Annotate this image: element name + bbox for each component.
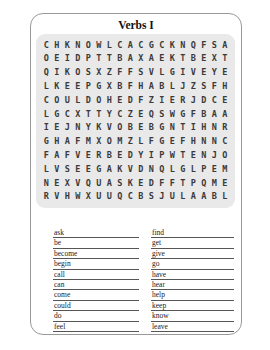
word-item: know (151, 311, 234, 321)
grid-cell: D (125, 148, 136, 162)
grid-cell: E (188, 148, 199, 162)
grid-cell: E (220, 176, 231, 190)
grid-cell: M (220, 162, 231, 176)
grid-cell: Q (83, 176, 94, 190)
grid-cell: X (104, 79, 115, 93)
grid-cell: K (62, 38, 73, 52)
grid-cell: N (199, 148, 210, 162)
grid-cell: S (136, 66, 147, 80)
grid-cell: V (104, 121, 115, 135)
grid-cell: V (73, 148, 84, 162)
grid-cell: X (136, 52, 147, 66)
grid-cell: F (115, 66, 126, 80)
grid-cell: C (62, 107, 73, 121)
grid-cell: K (167, 38, 178, 52)
grid-cell: X (83, 190, 94, 204)
grid-cell: P (83, 52, 94, 66)
grid-cell: A (62, 135, 73, 149)
grid-cell: G (94, 79, 105, 93)
word-item: keep (151, 301, 234, 311)
grid-cell: N (178, 38, 189, 52)
grid-cell: G (157, 135, 168, 149)
grid-cell: C (136, 38, 147, 52)
grid-cell: A (52, 148, 63, 162)
grid-cell: F (41, 148, 52, 162)
grid-cell: S (83, 66, 94, 80)
grid-cell: K (115, 162, 126, 176)
grid-cell: J (188, 93, 199, 107)
grid-cell: E (167, 135, 178, 149)
grid-cell: K (94, 121, 105, 135)
grid-cell: E (115, 93, 126, 107)
word-item: begin (53, 259, 139, 269)
grid-cell: A (220, 107, 231, 121)
grid-cell: X (94, 135, 105, 149)
grid-cell: L (167, 162, 178, 176)
word-item: do (53, 311, 139, 321)
grid-cell: H (220, 79, 231, 93)
grid-cell: F (136, 93, 147, 107)
word-item: hear (151, 280, 234, 290)
word-item: call (53, 270, 139, 280)
grid-cell: S (62, 162, 73, 176)
grid-cell: J (178, 79, 189, 93)
grid-cell: Q (188, 38, 199, 52)
grid-cell: H (62, 190, 73, 204)
grid-cell: O (220, 148, 231, 162)
grid-cell: D (83, 93, 94, 107)
grid-cell: J (157, 190, 168, 204)
word-item: find (151, 228, 234, 238)
grid-cell: S (115, 176, 126, 190)
grid-cell: T (178, 148, 189, 162)
grid-cell: U (104, 190, 115, 204)
grid-cell: B (199, 107, 210, 121)
grid-cell: X (209, 52, 220, 66)
grid-cell: Z (125, 135, 136, 149)
grid-cell: L (178, 190, 189, 204)
grid-cell: G (178, 107, 189, 121)
grid-cell: O (94, 93, 105, 107)
grid-cell: T (220, 52, 231, 66)
grid-cell: V (146, 66, 157, 80)
grid-cell: K (62, 66, 73, 80)
grid-cell: A (199, 190, 210, 204)
grid-cell: X (73, 107, 84, 121)
grid-cell: U (94, 176, 105, 190)
grid-cell: U (94, 190, 105, 204)
grid-cell: N (73, 121, 84, 135)
grid-cell: M (83, 135, 94, 149)
grid-cell: R (94, 148, 105, 162)
grid-cell: K (125, 176, 136, 190)
grid-cell: H (52, 38, 63, 52)
grid-cell: A (220, 38, 231, 52)
grid-cell: W (167, 107, 178, 121)
grid-cell: E (136, 121, 147, 135)
grid-cell: E (199, 66, 210, 80)
word-list-left: askbebecomebegincallcancomecoulddofeel (53, 228, 139, 332)
grid-cell: R (178, 93, 189, 107)
grid-cell: B (125, 121, 136, 135)
grid-cell: Z (125, 107, 136, 121)
grid-cell: W (94, 38, 105, 52)
grid-cell: Q (157, 162, 168, 176)
grid-cell: X (62, 176, 73, 190)
grid-cell: H (199, 121, 210, 135)
grid-cell: Z (146, 93, 157, 107)
grid-cell: C (157, 38, 168, 52)
grid-cell: V (125, 162, 136, 176)
word-item: can (53, 280, 139, 290)
grid-cell: I (178, 66, 189, 80)
grid-cell: U (167, 190, 178, 204)
grid-cell: L (41, 107, 52, 121)
word-item: get (151, 238, 234, 248)
grid-cell: Y (136, 148, 147, 162)
grid-cell: O (52, 93, 63, 107)
word-item: leave (151, 322, 234, 332)
grid-cell: A (146, 79, 157, 93)
grid-cell: I (52, 66, 63, 80)
word-item: be (53, 238, 139, 248)
grid-cell: U (62, 93, 73, 107)
grid-cell: D (73, 52, 84, 66)
grid-cell: K (167, 52, 178, 66)
grid-cell: F (73, 135, 84, 149)
grid-cell: T (104, 52, 115, 66)
grid-cell: B (104, 148, 115, 162)
grid-cell: I (188, 121, 199, 135)
grid-cell: V (52, 190, 63, 204)
grid-cell: S (199, 79, 210, 93)
grid-cell: F (125, 66, 136, 80)
word-item: have (151, 270, 234, 280)
grid-cell: O (41, 52, 52, 66)
grid-cell: Y (104, 107, 115, 121)
grid-cell: O (73, 66, 84, 80)
grid-cell: X (94, 66, 105, 80)
grid-cell: A (146, 52, 157, 66)
letter-grid: CHKNOWLCACGCKNQFSAOEIDPTTBAXAEKTBEXTQIKO… (36, 34, 235, 204)
grid-cell: F (199, 38, 210, 52)
word-item: feel (53, 322, 139, 332)
grid-cell: E (83, 162, 94, 176)
grid-cell: Q (115, 190, 126, 204)
grid-cell: G (157, 121, 168, 135)
grid-cell: E (52, 121, 63, 135)
grid-cell: P (199, 162, 210, 176)
grid-cell: N (146, 162, 157, 176)
grid-cell: C (125, 190, 136, 204)
grid-cell: B (115, 52, 126, 66)
grid-cell: E (136, 107, 147, 121)
grid-cell: S (157, 107, 168, 121)
grid-cell: P (188, 176, 199, 190)
grid-cell: F (209, 79, 220, 93)
grid-cell: T (83, 107, 94, 121)
grid-cell: Y (209, 66, 220, 80)
grid-cell: N (209, 135, 220, 149)
grid-cell: L (73, 93, 84, 107)
word-item: go (151, 259, 234, 269)
word-search-panel: CHKNOWLCACGCKNQFSAOEIDPTTBAXAEKTBEXTQIKO… (36, 34, 235, 208)
grid-cell: N (167, 121, 178, 135)
grid-cell: H (188, 135, 199, 149)
grid-cell: L (188, 162, 199, 176)
word-item: help (151, 290, 234, 300)
grid-cell: I (146, 148, 157, 162)
grid-cell: Q (41, 66, 52, 80)
grid-cell: E (73, 162, 84, 176)
grid-cell: B (209, 190, 220, 204)
grid-cell: B (115, 79, 126, 93)
word-item: could (53, 301, 139, 311)
grid-cell: E (52, 52, 63, 66)
grid-cell: E (157, 52, 168, 66)
grid-cell: M (115, 135, 126, 149)
grid-cell: T (178, 176, 189, 190)
grid-cell: V (52, 162, 63, 176)
grid-cell: E (83, 148, 94, 162)
grid-cell: W (167, 148, 178, 162)
grid-cell: G (146, 38, 157, 52)
grid-cell: L (136, 135, 147, 149)
grid-cell: Z (104, 66, 115, 80)
grid-cell: P (157, 148, 168, 162)
grid-cell: C (41, 93, 52, 107)
grid-cell: L (157, 66, 168, 80)
grid-cell: C (115, 38, 126, 52)
grid-cell: L (220, 190, 231, 204)
grid-cell: B (146, 121, 157, 135)
grid-cell: N (73, 38, 84, 52)
word-item: come (53, 290, 139, 300)
word-item: ask (53, 228, 139, 238)
grid-cell: E (220, 66, 231, 80)
grid-cell: T (178, 121, 189, 135)
grid-cell: E (73, 79, 84, 93)
grid-cell: E (199, 52, 210, 66)
grid-cell: D (136, 162, 147, 176)
grid-cell: Q (199, 176, 210, 190)
grid-cell: F (125, 79, 136, 93)
grid-cell: F (167, 176, 178, 190)
grid-cell: S (209, 38, 220, 52)
worksheet-card: Verbs I CHKNOWLCACGCKNQFSAOEIDPTTBAXAEKT… (30, 13, 242, 335)
grid-cell: Q (146, 107, 157, 121)
grid-cell: F (178, 135, 189, 149)
grid-cell: F (146, 135, 157, 149)
grid-cell: L (41, 79, 52, 93)
grid-cell: O (115, 121, 126, 135)
grid-cell: B (188, 52, 199, 66)
grid-cell: N (199, 135, 210, 149)
grid-cell: C (115, 107, 126, 121)
grid-cell: A (188, 190, 199, 204)
grid-cell: H (136, 79, 147, 93)
grid-cell: G (52, 107, 63, 121)
grid-cell: G (178, 162, 189, 176)
puzzle-title: Verbs I (31, 14, 241, 31)
grid-cell: L (104, 38, 115, 52)
grid-cell: E (115, 148, 126, 162)
grid-cell: O (83, 38, 94, 52)
grid-cell: R (220, 121, 231, 135)
grid-cell: R (41, 190, 52, 204)
grid-cell: M (209, 176, 220, 190)
grid-cell: S (146, 190, 157, 204)
grid-cell: F (188, 107, 199, 121)
grid-cell: V (188, 66, 199, 80)
grid-cell: Z (188, 79, 199, 93)
grid-cell: H (52, 135, 63, 149)
grid-cell: N (41, 176, 52, 190)
grid-cell: G (167, 66, 178, 80)
grid-cell: E (209, 162, 220, 176)
grid-cell: F (62, 148, 73, 162)
grid-cell: I (62, 52, 73, 66)
grid-cell: N (209, 121, 220, 135)
word-item: become (53, 249, 139, 259)
grid-cell: O (104, 135, 115, 149)
grid-cell: B (136, 190, 147, 204)
grid-cell: K (52, 79, 63, 93)
grid-cell: J (209, 148, 220, 162)
grid-cell: D (146, 176, 157, 190)
grid-cell: A (209, 107, 220, 121)
grid-cell: E (220, 93, 231, 107)
grid-cell: Y (83, 121, 94, 135)
grid-cell: E (52, 176, 63, 190)
grid-cell: H (104, 93, 115, 107)
grid-cell: V (73, 176, 84, 190)
grid-cell: D (199, 93, 210, 107)
grid-cell: J (62, 121, 73, 135)
grid-cell: P (83, 79, 94, 93)
grid-cell: L (167, 79, 178, 93)
grid-cell: A (125, 52, 136, 66)
word-list-right: findgetgivegohavehearhelpkeepknowleave (151, 228, 234, 332)
grid-cell: F (157, 176, 168, 190)
grid-cell: C (220, 135, 231, 149)
grid-cell: T (178, 52, 189, 66)
grid-cell: T (94, 52, 105, 66)
grid-cell: D (125, 93, 136, 107)
grid-cell: E (167, 93, 178, 107)
grid-cell: A (104, 176, 115, 190)
grid-cell: G (94, 162, 105, 176)
grid-cell: T (94, 107, 105, 121)
grid-cell: I (157, 93, 168, 107)
grid-cell: I (41, 121, 52, 135)
grid-cell: L (41, 162, 52, 176)
grid-cell: G (41, 135, 52, 149)
grid-cell: E (62, 79, 73, 93)
grid-cell: B (157, 79, 168, 93)
grid-cell: A (125, 38, 136, 52)
grid-cell: C (209, 93, 220, 107)
grid-cell: W (73, 190, 84, 204)
grid-cell: E (136, 176, 147, 190)
word-item: give (151, 249, 234, 259)
grid-cell: C (41, 38, 52, 52)
grid-cell: A (104, 162, 115, 176)
